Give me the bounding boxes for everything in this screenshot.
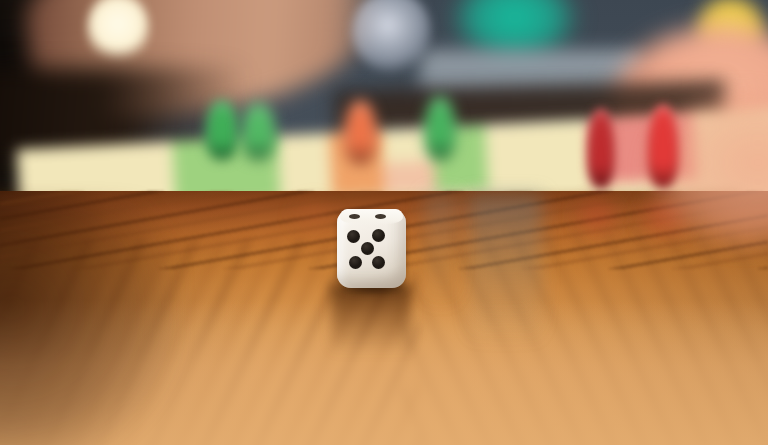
die-top-pip <box>375 214 386 219</box>
board-cell <box>589 117 643 152</box>
board-cell <box>433 125 487 160</box>
die <box>337 209 406 288</box>
board-cell <box>537 119 591 154</box>
board-cell <box>121 141 175 176</box>
board-cell <box>225 136 279 171</box>
teal-reflection <box>468 194 542 344</box>
die-pip <box>349 256 362 269</box>
board-cell <box>69 144 123 179</box>
die-pip <box>372 229 385 242</box>
board-cell <box>277 133 331 168</box>
die-pip <box>347 230 360 243</box>
teal-reflection-2 <box>424 194 458 309</box>
wood-vignette-left <box>0 200 180 445</box>
board-cell <box>16 147 70 182</box>
die-pip <box>372 256 385 269</box>
board-cell <box>435 157 489 192</box>
board-cell <box>539 152 593 187</box>
photo-scene <box>0 0 768 445</box>
board-cell <box>381 128 435 163</box>
board-cell <box>591 149 645 184</box>
red-pawn-reflection-1 <box>570 192 624 240</box>
board-cell <box>173 138 227 173</box>
die-pip <box>361 242 374 255</box>
board-cell <box>487 155 541 190</box>
board-cell <box>485 122 539 157</box>
warm-reflection <box>288 194 340 238</box>
die-top-pip <box>349 214 360 219</box>
board-cell <box>329 130 383 165</box>
